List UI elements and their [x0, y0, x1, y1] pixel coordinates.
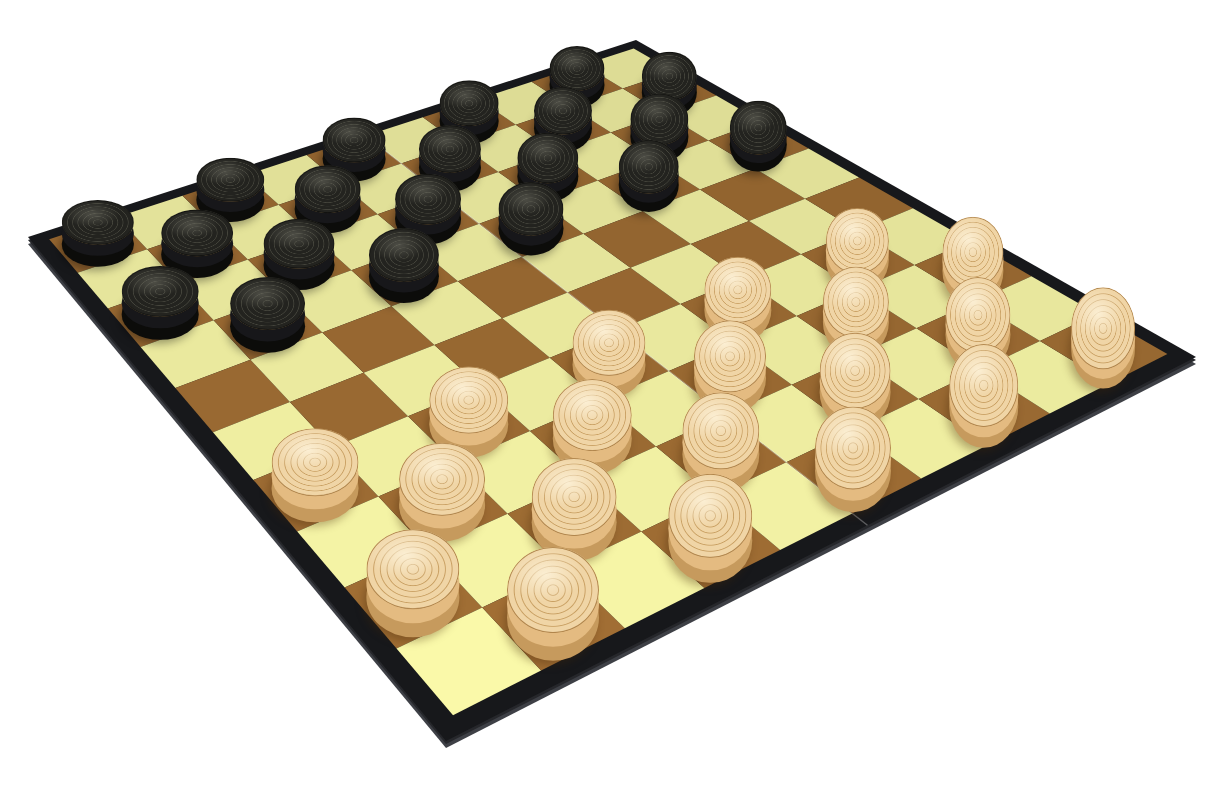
white-man[interactable] — [400, 443, 486, 516]
black-man[interactable] — [549, 46, 604, 92]
black-man[interactable] — [295, 166, 362, 213]
black-man[interactable] — [534, 87, 592, 135]
black-man[interactable] — [322, 118, 385, 163]
white-man[interactable] — [532, 458, 617, 536]
white-man[interactable] — [945, 277, 1010, 353]
white-man[interactable] — [553, 379, 631, 451]
white-man[interactable] — [507, 547, 599, 633]
white-man[interactable] — [1071, 288, 1135, 369]
white-man[interactable] — [826, 208, 888, 274]
black-man[interactable] — [517, 132, 578, 183]
white-man[interactable] — [682, 392, 759, 469]
white-man[interactable] — [815, 406, 891, 489]
white-man[interactable] — [823, 267, 889, 338]
black-man[interactable] — [369, 228, 439, 282]
white-man[interactable] — [694, 321, 766, 392]
black-man[interactable] — [62, 200, 134, 244]
white-man[interactable] — [819, 332, 890, 409]
white-man[interactable] — [949, 344, 1019, 426]
white-man[interactable] — [429, 366, 509, 433]
black-man[interactable] — [161, 209, 233, 256]
black-man[interactable] — [264, 218, 335, 268]
black-man[interactable] — [730, 100, 786, 155]
white-man[interactable] — [366, 530, 459, 610]
black-man[interactable] — [230, 277, 306, 331]
black-man[interactable] — [395, 174, 461, 225]
black-man[interactable] — [440, 81, 499, 126]
black-man[interactable] — [642, 51, 696, 100]
white-man[interactable] — [272, 428, 359, 495]
white-man[interactable] — [572, 309, 645, 375]
black-man[interactable] — [498, 182, 563, 236]
black-man[interactable] — [418, 125, 480, 173]
black-man[interactable] — [122, 266, 199, 316]
black-man[interactable] — [618, 140, 679, 194]
product-photo-scene — [0, 0, 1214, 803]
